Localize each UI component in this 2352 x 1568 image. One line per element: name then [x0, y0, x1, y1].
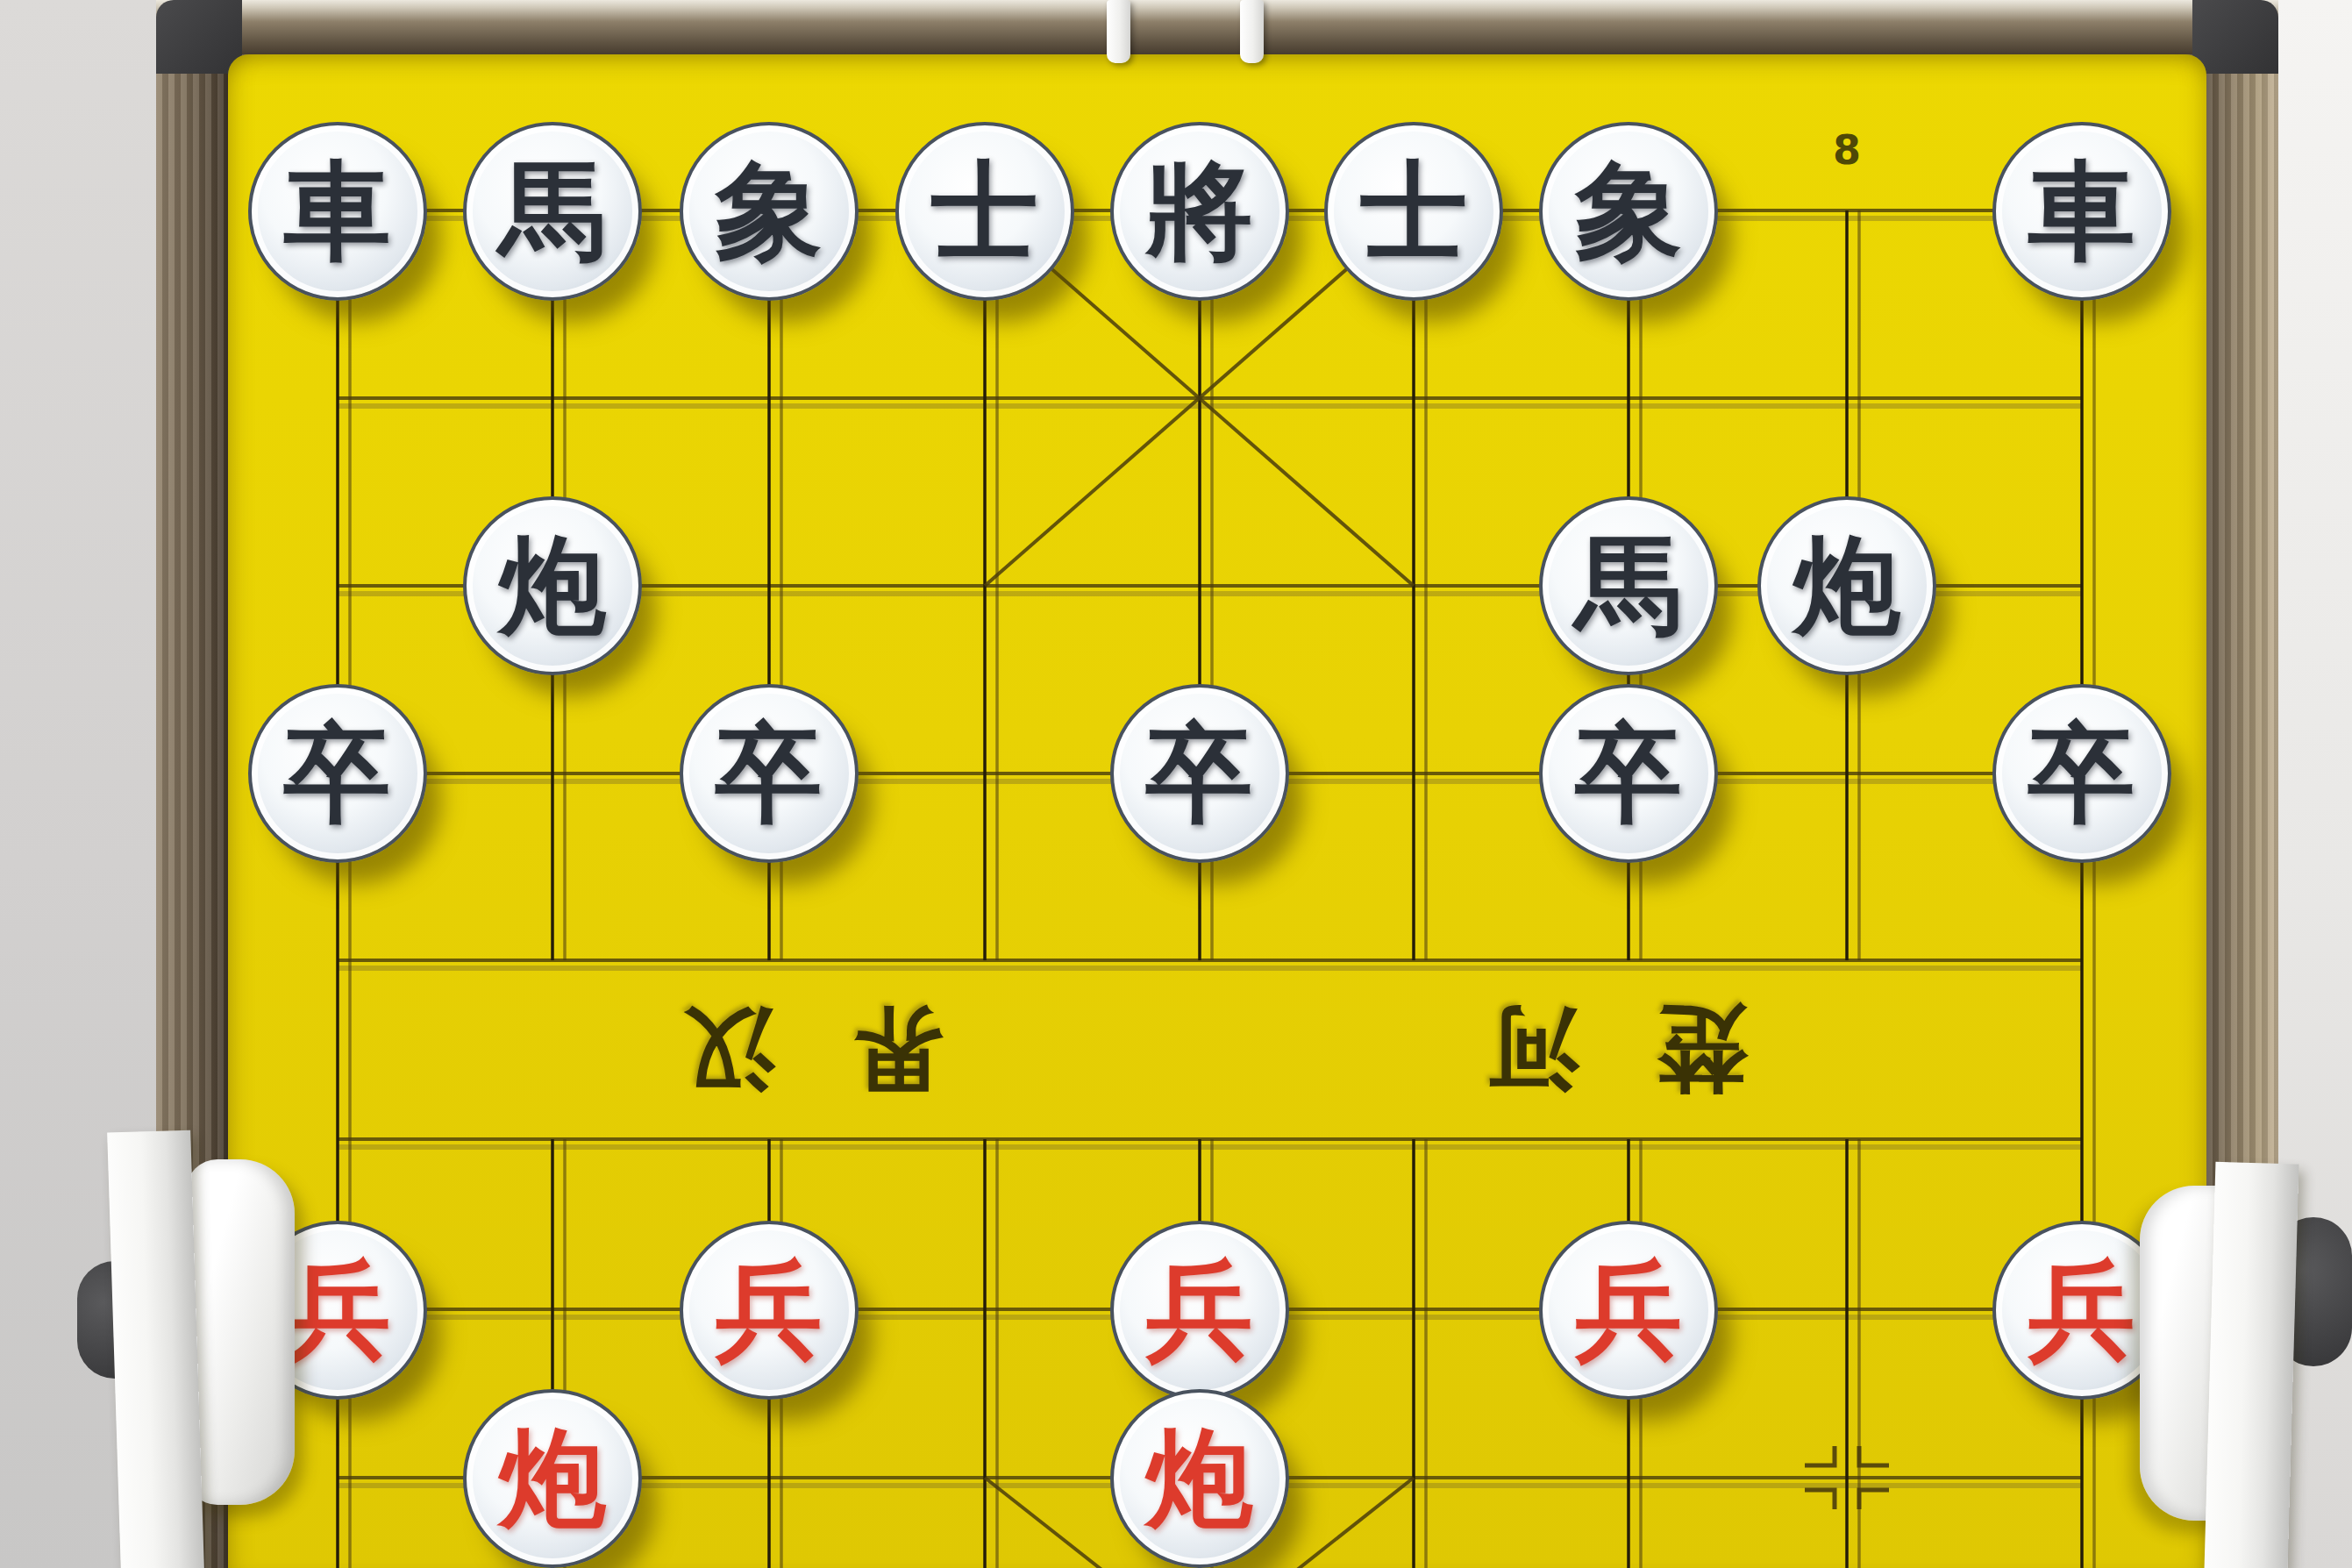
- piece-glyph: 兵: [1146, 1257, 1253, 1364]
- piece-glyph: 炮: [499, 1425, 606, 1532]
- piece-glyph: 士: [1360, 158, 1467, 265]
- piece-red-兵[interactable]: 兵: [1110, 1221, 1289, 1400]
- piece-glyph: 象: [716, 158, 823, 265]
- piece-black-馬[interactable]: 馬: [1539, 496, 1718, 675]
- piece-glyph: 炮: [499, 532, 606, 639]
- piece-black-炮[interactable]: 炮: [1757, 496, 1936, 675]
- piece-glyph: 卒: [1575, 720, 1682, 827]
- frame-rail-top: [156, 0, 2278, 54]
- piece-black-炮[interactable]: 炮: [463, 496, 642, 675]
- piece-black-將[interactable]: 將: [1110, 122, 1289, 301]
- left-stand-clamp: [186, 1159, 295, 1505]
- piece-black-馬[interactable]: 馬: [463, 122, 642, 301]
- piece-glyph: 卒: [716, 720, 823, 827]
- piece-black-士[interactable]: 士: [895, 122, 1074, 301]
- piece-red-炮[interactable]: 炮: [463, 1389, 642, 1568]
- board-frame: 界汉 楚河 8 車馬象士將士象車炮馬炮卒卒卒卒卒兵兵兵兵兵炮炮: [156, 0, 2278, 1568]
- piece-glyph: 將: [1146, 158, 1253, 265]
- piece-black-象[interactable]: 象: [680, 122, 859, 301]
- photo-scene: 界汉 楚河 8 車馬象士將士象車炮馬炮卒卒卒卒卒兵兵兵兵兵炮炮: [0, 0, 2352, 1568]
- piece-red-炮[interactable]: 炮: [1110, 1389, 1289, 1568]
- xiangqi-board: 車馬象士將士象車炮馬炮卒卒卒卒卒兵兵兵兵兵炮炮: [230, 118, 2206, 1563]
- piece-glyph: 炮: [1793, 532, 1900, 639]
- piece-glyph: 卒: [284, 720, 391, 827]
- piece-glyph: 兵: [2028, 1257, 2135, 1364]
- piece-black-卒[interactable]: 卒: [1992, 684, 2171, 863]
- piece-black-卒[interactable]: 卒: [1539, 684, 1718, 863]
- piece-black-車[interactable]: 車: [248, 122, 427, 301]
- piece-black-卒[interactable]: 卒: [248, 684, 427, 863]
- piece-red-兵[interactable]: 兵: [680, 1221, 859, 1400]
- right-stand-bar: [2205, 1162, 2299, 1568]
- piece-glyph: 卒: [1146, 720, 1253, 827]
- hanging-clip-icon: [1240, 0, 1264, 63]
- left-stand-bar: [107, 1130, 204, 1568]
- piece-glyph: 兵: [1575, 1257, 1682, 1364]
- piece-red-兵[interactable]: 兵: [1539, 1221, 1718, 1400]
- piece-black-卒[interactable]: 卒: [1110, 684, 1289, 863]
- board-surface: 界汉 楚河 8 車馬象士將士象車炮馬炮卒卒卒卒卒兵兵兵兵兵炮炮: [228, 54, 2206, 1568]
- hanging-clip-icon: [1107, 0, 1130, 63]
- piece-black-象[interactable]: 象: [1539, 122, 1718, 301]
- piece-glyph: 兵: [716, 1257, 823, 1364]
- piece-glyph: 炮: [1146, 1425, 1253, 1532]
- piece-glyph: 士: [931, 158, 1038, 265]
- piece-glyph: 車: [2028, 158, 2135, 265]
- piece-glyph: 馬: [1575, 532, 1682, 639]
- piece-glyph: 卒: [2028, 720, 2135, 827]
- piece-black-卒[interactable]: 卒: [680, 684, 859, 863]
- piece-glyph: 車: [284, 158, 391, 265]
- piece-glyph: 馬: [499, 158, 606, 265]
- piece-glyph: 兵: [284, 1257, 391, 1364]
- piece-black-車[interactable]: 車: [1992, 122, 2171, 301]
- piece-black-士[interactable]: 士: [1324, 122, 1503, 301]
- piece-glyph: 象: [1575, 158, 1682, 265]
